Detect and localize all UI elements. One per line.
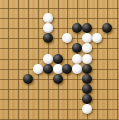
black-stone — [102, 23, 112, 33]
black-stone — [23, 74, 33, 84]
white-stone — [43, 13, 53, 23]
white-stone — [43, 23, 53, 33]
grid-line-horizontal — [0, 99, 119, 100]
white-stone — [43, 54, 53, 64]
black-stone — [53, 74, 63, 84]
grid-line-horizontal — [0, 8, 119, 9]
grid-line-horizontal — [0, 109, 119, 110]
black-stone — [43, 33, 53, 43]
black-stone — [72, 43, 82, 53]
black-stone — [82, 64, 92, 74]
black-stone — [82, 94, 92, 104]
black-stone — [82, 74, 92, 84]
black-stone — [82, 84, 92, 94]
black-stone — [53, 54, 63, 64]
white-stone — [33, 64, 43, 74]
white-stone — [72, 64, 82, 74]
black-stone — [72, 23, 82, 33]
white-stone — [82, 33, 92, 43]
black-stone — [62, 64, 72, 74]
game-board[interactable] — [0, 0, 119, 120]
grid-line-horizontal — [0, 48, 119, 49]
white-stone — [92, 33, 102, 43]
grid-line-horizontal — [0, 89, 119, 90]
black-stone — [43, 64, 53, 74]
white-stone — [72, 54, 82, 64]
white-stone — [53, 64, 63, 74]
white-stone — [82, 104, 92, 114]
white-stone — [82, 54, 92, 64]
grid-line-horizontal — [0, 119, 119, 120]
black-stone — [82, 23, 92, 33]
white-stone — [62, 33, 72, 43]
grid-line-horizontal — [0, 18, 119, 19]
white-stone — [82, 43, 92, 53]
